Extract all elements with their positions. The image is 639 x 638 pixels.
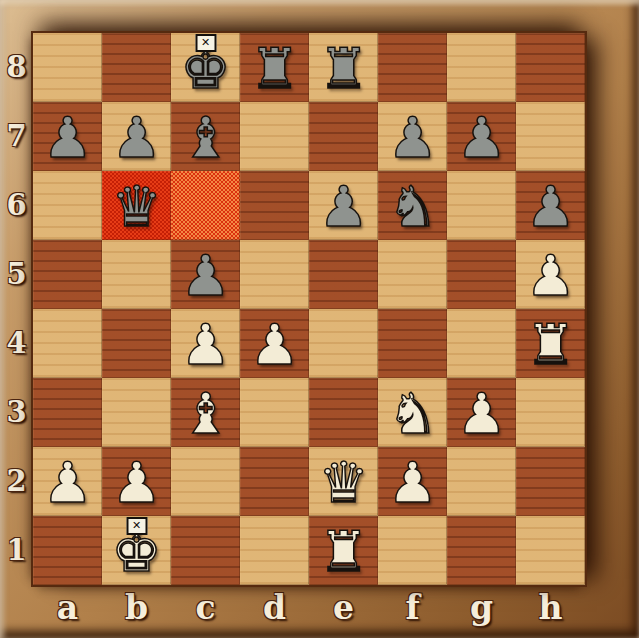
square-g8[interactable] bbox=[447, 33, 516, 102]
square-a6[interactable] bbox=[33, 171, 102, 240]
piece-wP-c4[interactable]: ♟ bbox=[171, 309, 240, 378]
piece-wR-h4[interactable]: ♜ bbox=[516, 309, 585, 378]
square-f5[interactable] bbox=[378, 240, 447, 309]
square-d6[interactable] bbox=[240, 171, 309, 240]
square-a5[interactable] bbox=[33, 240, 102, 309]
chess-board: ♚✕♜♜♟♟♝♟♟♛♟♞♟♟♟♟♟♜♝♞♟♟♟♛♟♚✕♜ bbox=[33, 33, 585, 585]
piece-wP-g3[interactable]: ♟ bbox=[447, 378, 516, 447]
piece-wP-f2[interactable]: ♟ bbox=[378, 447, 447, 516]
piece-bR-e8[interactable]: ♜ bbox=[309, 33, 378, 102]
file-label-f: f bbox=[378, 585, 447, 638]
piece-bB-c7[interactable]: ♝ bbox=[171, 102, 240, 171]
rank-label-3: 3 bbox=[0, 378, 33, 447]
square-d5[interactable] bbox=[240, 240, 309, 309]
square-f6[interactable]: ♞ bbox=[378, 171, 447, 240]
rank-label-7: 7 bbox=[0, 102, 33, 171]
square-b4[interactable] bbox=[102, 309, 171, 378]
square-e7[interactable] bbox=[309, 102, 378, 171]
square-f4[interactable] bbox=[378, 309, 447, 378]
rank-label-5: 5 bbox=[0, 240, 33, 309]
piece-wP-d4[interactable]: ♟ bbox=[240, 309, 309, 378]
file-label-b: b bbox=[102, 585, 171, 638]
file-label-e: e bbox=[309, 585, 378, 638]
square-c3[interactable]: ♝ bbox=[171, 378, 240, 447]
square-d3[interactable] bbox=[240, 378, 309, 447]
square-g2[interactable] bbox=[447, 447, 516, 516]
square-c5[interactable]: ♟ bbox=[171, 240, 240, 309]
piece-bR-d8[interactable]: ♜ bbox=[240, 33, 309, 102]
square-h6[interactable]: ♟ bbox=[516, 171, 585, 240]
square-a8[interactable] bbox=[33, 33, 102, 102]
square-a3[interactable] bbox=[33, 378, 102, 447]
square-h2[interactable] bbox=[516, 447, 585, 516]
piece-wN-f3[interactable]: ♞ bbox=[378, 378, 447, 447]
square-b7[interactable]: ♟ bbox=[102, 102, 171, 171]
square-e2[interactable]: ♛ bbox=[309, 447, 378, 516]
square-h5[interactable]: ♟ bbox=[516, 240, 585, 309]
rank-label-6: 6 bbox=[0, 171, 33, 240]
square-e1[interactable]: ♜ bbox=[309, 516, 378, 585]
square-b3[interactable] bbox=[102, 378, 171, 447]
piece-bP-e6[interactable]: ♟ bbox=[309, 171, 378, 240]
square-b1[interactable]: ♚✕ bbox=[102, 516, 171, 585]
square-e4[interactable] bbox=[309, 309, 378, 378]
piece-wB-c3[interactable]: ♝ bbox=[171, 378, 240, 447]
chess-board-window: 87654321 abcdefgh ♚✕♜♜♟♟♝♟♟♛♟♞♟♟♟♟♟♜♝♞♟♟… bbox=[0, 0, 639, 638]
rank-label-2: 2 bbox=[0, 447, 33, 516]
piece-bP-a7[interactable]: ♟ bbox=[33, 102, 102, 171]
square-g3[interactable]: ♟ bbox=[447, 378, 516, 447]
piece-wR-e1[interactable]: ♜ bbox=[309, 516, 378, 585]
piece-bP-c5[interactable]: ♟ bbox=[171, 240, 240, 309]
square-c6[interactable] bbox=[171, 171, 240, 240]
king-cross-badge-icon: ✕ bbox=[126, 517, 147, 535]
file-label-a: a bbox=[33, 585, 102, 638]
square-f3[interactable]: ♞ bbox=[378, 378, 447, 447]
square-d8[interactable]: ♜ bbox=[240, 33, 309, 102]
square-c7[interactable]: ♝ bbox=[171, 102, 240, 171]
square-f1[interactable] bbox=[378, 516, 447, 585]
file-label-h: h bbox=[516, 585, 585, 638]
square-d1[interactable] bbox=[240, 516, 309, 585]
rank-label-8: 8 bbox=[0, 33, 33, 102]
square-a2[interactable]: ♟ bbox=[33, 447, 102, 516]
square-c2[interactable] bbox=[171, 447, 240, 516]
square-c4[interactable]: ♟ bbox=[171, 309, 240, 378]
square-b8[interactable] bbox=[102, 33, 171, 102]
piece-bP-b7[interactable]: ♟ bbox=[102, 102, 171, 171]
piece-wQ-e2[interactable]: ♛ bbox=[309, 447, 378, 516]
square-h4[interactable]: ♜ bbox=[516, 309, 585, 378]
square-h8[interactable] bbox=[516, 33, 585, 102]
square-d4[interactable]: ♟ bbox=[240, 309, 309, 378]
square-g7[interactable]: ♟ bbox=[447, 102, 516, 171]
file-label-g: g bbox=[447, 585, 516, 638]
piece-wP-a2[interactable]: ♟ bbox=[33, 447, 102, 516]
square-g4[interactable] bbox=[447, 309, 516, 378]
square-g5[interactable] bbox=[447, 240, 516, 309]
square-b6[interactable]: ♛ bbox=[102, 171, 171, 240]
file-label-d: d bbox=[240, 585, 309, 638]
rank-label-4: 4 bbox=[0, 309, 33, 378]
square-f2[interactable]: ♟ bbox=[378, 447, 447, 516]
piece-wP-b2[interactable]: ♟ bbox=[102, 447, 171, 516]
rank-labels: 87654321 bbox=[0, 33, 33, 585]
square-e8[interactable]: ♜ bbox=[309, 33, 378, 102]
piece-bP-g7[interactable]: ♟ bbox=[447, 102, 516, 171]
square-e3[interactable] bbox=[309, 378, 378, 447]
square-h7[interactable] bbox=[516, 102, 585, 171]
piece-bP-h6[interactable]: ♟ bbox=[516, 171, 585, 240]
square-b5[interactable] bbox=[102, 240, 171, 309]
file-label-c: c bbox=[171, 585, 240, 638]
square-g6[interactable] bbox=[447, 171, 516, 240]
square-h3[interactable] bbox=[516, 378, 585, 447]
square-a1[interactable] bbox=[33, 516, 102, 585]
king-cross-badge-icon: ✕ bbox=[195, 34, 216, 52]
file-labels: abcdefgh bbox=[33, 585, 585, 638]
square-e6[interactable]: ♟ bbox=[309, 171, 378, 240]
square-d2[interactable] bbox=[240, 447, 309, 516]
square-h1[interactable] bbox=[516, 516, 585, 585]
piece-bP-f7[interactable]: ♟ bbox=[378, 102, 447, 171]
square-f8[interactable] bbox=[378, 33, 447, 102]
rank-label-1: 1 bbox=[0, 516, 33, 585]
square-c1[interactable] bbox=[171, 516, 240, 585]
square-b2[interactable]: ♟ bbox=[102, 447, 171, 516]
square-e5[interactable] bbox=[309, 240, 378, 309]
piece-wP-h5[interactable]: ♟ bbox=[516, 240, 585, 309]
square-a4[interactable] bbox=[33, 309, 102, 378]
square-g1[interactable] bbox=[447, 516, 516, 585]
square-a7[interactable]: ♟ bbox=[33, 102, 102, 171]
piece-bQ-b6[interactable]: ♛ bbox=[102, 171, 171, 240]
square-d7[interactable] bbox=[240, 102, 309, 171]
square-c8[interactable]: ♚✕ bbox=[171, 33, 240, 102]
piece-bN-f6[interactable]: ♞ bbox=[378, 171, 447, 240]
square-f7[interactable]: ♟ bbox=[378, 102, 447, 171]
